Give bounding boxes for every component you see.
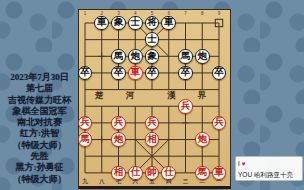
piece-red-chariot[interactable]: 車 xyxy=(128,66,143,81)
piece-black-soldier[interactable]: 卒 xyxy=(145,66,160,81)
xiangqi-board: 楚 河 漢 界 123456789 九八七六五四三二一 車象士将車士馬炮象馬炮卒… xyxy=(78,9,231,189)
piece-black-elephant[interactable]: 象 xyxy=(145,49,160,64)
piece-black-advisor[interactable]: 士 xyxy=(128,16,143,31)
caption-line: 第七届 xyxy=(0,83,79,94)
watermark: I ♥ YOU 哈利路亚十亮 xyxy=(235,156,303,181)
piece-red-elephant[interactable]: 相 xyxy=(145,132,160,147)
piece-black-elephant[interactable]: 象 xyxy=(111,16,126,31)
watermark-line2: YOU 哈利路亚十亮 xyxy=(238,169,300,180)
caption-line: 南北对抗赛 xyxy=(0,117,79,128)
piece-black-horse[interactable]: 馬 xyxy=(178,49,193,64)
piece-red-soldier[interactable]: 兵 xyxy=(78,116,93,131)
piece-red-soldier[interactable]: 兵 xyxy=(212,116,227,131)
video-frame: 2023年7月30日第七届吉视传媒力旺杯象棋全国冠军南北对抗赛红方:洪智（特级大… xyxy=(0,0,304,190)
piece-black-horse[interactable]: 馬 xyxy=(111,49,126,64)
piece-black-chariot[interactable]: 車 xyxy=(94,16,109,31)
piece-red-horse[interactable]: 馬 xyxy=(78,132,93,147)
piece-red-advisor[interactable]: 仕 xyxy=(128,166,143,181)
piece-black-cannon[interactable]: 炮 xyxy=(195,49,210,64)
piece-red-horse[interactable]: 馬 xyxy=(195,166,210,181)
piece-black-soldier[interactable]: 卒 xyxy=(78,66,93,81)
caption-line: 先胜 xyxy=(0,151,79,162)
piece-red-chariot[interactable]: 車 xyxy=(212,166,227,181)
caption-line: 吉视传媒力旺杯 xyxy=(0,95,79,106)
piece-red-cannon[interactable]: 炮 xyxy=(111,132,126,147)
piece-layer: 車象士将車士馬炮象馬炮卒卒車卒卒卒兵兵兵兵兵馬炮相炮相仕帥仕馬車 xyxy=(77,15,228,182)
piece-black-advisor[interactable]: 士 xyxy=(145,32,160,47)
piece-black-cannon[interactable]: 炮 xyxy=(128,49,143,64)
piece-black-soldier[interactable]: 卒 xyxy=(111,66,126,81)
piece-red-general[interactable]: 帥 xyxy=(145,166,160,181)
piece-red-elephant[interactable]: 相 xyxy=(111,166,126,181)
caption-line: 红方:洪智 xyxy=(0,128,79,139)
piece-red-advisor[interactable]: 仕 xyxy=(161,166,176,181)
piece-black-soldier[interactable]: 卒 xyxy=(212,66,227,81)
caption: 2023年7月30日第七届吉视传媒力旺杯象棋全国冠军南北对抗赛红方:洪智（特级大… xyxy=(0,72,79,185)
caption-line: （特级大师） xyxy=(0,174,79,185)
caption-line: （特级大师） xyxy=(0,140,79,151)
piece-red-soldier[interactable]: 兵 xyxy=(145,116,160,131)
piece-black-chariot[interactable]: 車 xyxy=(161,16,176,31)
piece-red-soldier[interactable]: 兵 xyxy=(111,116,126,131)
watermark-line1: I ♥ xyxy=(238,158,300,169)
piece-black-soldier[interactable]: 卒 xyxy=(178,66,193,81)
caption-line: 象棋全国冠军 xyxy=(0,106,79,117)
piece-red-cannon[interactable]: 炮 xyxy=(195,132,210,147)
caption-line: 黑方:孙勇征 xyxy=(0,162,79,173)
heart-icon: ♥ xyxy=(242,160,246,167)
caption-line: 2023年7月30日 xyxy=(0,72,79,83)
piece-red-soldier[interactable]: 兵 xyxy=(178,99,193,114)
piece-black-general[interactable]: 将 xyxy=(145,16,160,31)
